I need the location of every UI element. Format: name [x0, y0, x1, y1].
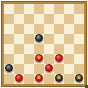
dark-king-piece[interactable]: ♛ [75, 74, 83, 82]
square-d4[interactable] [34, 44, 44, 54]
square-h8[interactable] [74, 4, 84, 14]
square-f8[interactable] [54, 4, 64, 14]
game-window: ♛♛♛♛ [0, 0, 88, 88]
square-c5[interactable] [24, 34, 34, 44]
square-g8[interactable] [64, 4, 74, 14]
square-f6[interactable] [54, 24, 64, 34]
square-e4[interactable] [44, 44, 54, 54]
red-king-piece[interactable]: ♛ [35, 54, 43, 62]
square-e1[interactable] [44, 74, 54, 84]
square-c7[interactable] [24, 14, 34, 24]
red-man-piece[interactable] [15, 74, 23, 82]
square-f2[interactable] [54, 64, 64, 74]
square-e3[interactable] [44, 54, 54, 64]
square-h7[interactable] [74, 14, 84, 24]
square-b4[interactable] [14, 44, 24, 54]
square-g1[interactable] [64, 74, 74, 84]
square-f1[interactable]: ♛ [54, 74, 64, 84]
square-g3[interactable] [64, 54, 74, 64]
square-h2[interactable] [74, 64, 84, 74]
checkers-board: ♛♛♛♛ [1, 1, 87, 87]
square-b3[interactable] [14, 54, 24, 64]
square-h5[interactable] [74, 34, 84, 44]
square-d7[interactable] [34, 14, 44, 24]
red-king-piece[interactable]: ♛ [35, 74, 43, 82]
square-f4[interactable] [54, 44, 64, 54]
square-g5[interactable] [64, 34, 74, 44]
red-man-piece[interactable] [45, 64, 53, 72]
square-b8[interactable] [14, 4, 24, 14]
square-c3[interactable] [24, 54, 34, 64]
square-d2[interactable] [34, 64, 44, 74]
square-b5[interactable] [14, 34, 24, 44]
square-g6[interactable] [64, 24, 74, 34]
square-d1[interactable]: ♛ [34, 74, 44, 84]
square-d3[interactable]: ♛ [34, 54, 44, 64]
checkers-board-grid: ♛♛♛♛ [4, 4, 84, 84]
square-a7[interactable] [4, 14, 14, 24]
square-a8[interactable] [4, 4, 14, 14]
dark-man-piece[interactable] [35, 34, 43, 42]
square-h4[interactable] [74, 44, 84, 54]
square-d5[interactable] [34, 34, 44, 44]
square-h3[interactable] [74, 54, 84, 64]
square-g4[interactable] [64, 44, 74, 54]
square-c1[interactable] [24, 74, 34, 84]
square-e8[interactable] [44, 4, 54, 14]
square-f3[interactable] [54, 54, 64, 64]
square-h1[interactable]: ♛ [74, 74, 84, 84]
red-man-piece[interactable] [55, 54, 63, 62]
square-d6[interactable] [34, 24, 44, 34]
square-c8[interactable] [24, 4, 34, 14]
square-a2[interactable] [4, 64, 14, 74]
king-crown-icon: ♛ [77, 75, 81, 80]
dark-man-piece[interactable] [5, 64, 13, 72]
square-c4[interactable] [24, 44, 34, 54]
king-crown-icon: ♛ [57, 75, 61, 80]
square-b6[interactable] [14, 24, 24, 34]
square-b1[interactable] [14, 74, 24, 84]
corner-mark [85, 85, 88, 88]
square-c2[interactable] [24, 64, 34, 74]
square-g2[interactable] [64, 64, 74, 74]
square-a4[interactable] [4, 44, 14, 54]
square-a1[interactable] [4, 74, 14, 84]
king-crown-icon: ♛ [37, 55, 41, 60]
square-h6[interactable] [74, 24, 84, 34]
square-e2[interactable] [44, 64, 54, 74]
square-a3[interactable] [4, 54, 14, 64]
square-b7[interactable] [14, 14, 24, 24]
square-a6[interactable] [4, 24, 14, 34]
square-e5[interactable] [44, 34, 54, 44]
square-g7[interactable] [64, 14, 74, 24]
square-f7[interactable] [54, 14, 64, 24]
square-c6[interactable] [24, 24, 34, 34]
dark-king-piece[interactable]: ♛ [55, 74, 63, 82]
square-e6[interactable] [44, 24, 54, 34]
square-e7[interactable] [44, 14, 54, 24]
king-crown-icon: ♛ [37, 75, 41, 80]
square-d8[interactable] [34, 4, 44, 14]
square-a5[interactable] [4, 34, 14, 44]
square-b2[interactable] [14, 64, 24, 74]
square-f5[interactable] [54, 34, 64, 44]
